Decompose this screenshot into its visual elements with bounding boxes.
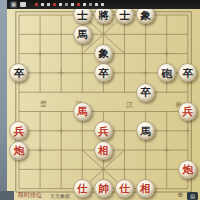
piece-red-兵[interactable]: 兵 [178, 102, 197, 121]
footer-corner-block [0, 191, 14, 200]
toolbar-icon-light-3[interactable] [59, 3, 62, 6]
toolbar-icon-light-6[interactable] [95, 3, 98, 6]
badge-icon[interactable] [20, 2, 26, 7]
toolbar-icon-light-7[interactable] [101, 3, 104, 6]
piece-red-兵[interactable]: 兵 [94, 121, 113, 140]
plus-circle-icon[interactable]: ⊕ [177, 191, 183, 200]
toolbar-icon-light-5[interactable] [83, 3, 86, 6]
toolbar-icon-row [35, 3, 104, 6]
piece-red-相[interactable]: 相 [94, 141, 113, 160]
piece-red-炮[interactable]: 炮 [178, 160, 197, 179]
toolbar-icon-gray-2[interactable] [89, 3, 92, 6]
toolbar-icon-light-4[interactable] [71, 3, 74, 6]
piece-black-卒[interactable]: 卒 [9, 63, 28, 82]
toolbar-icon-gray-1[interactable] [65, 3, 68, 6]
piece-black-卒[interactable]: 卒 [136, 83, 155, 102]
toolbar-icon-red-3[interactable] [77, 3, 80, 6]
board-grid[interactable]: 士將士象馬象卒卒砲卒卒馬兵兵兵馬炮相炮仕帥仕相 [8, 5, 198, 198]
piece-black-馬[interactable]: 馬 [73, 25, 92, 44]
xiangqi-app-screen: 楚 河 汉 界 士將士象馬象卒卒砲卒卒馬兵兵兵馬炮相炮仕帥仕相 ▦ 限时排位 天… [0, 0, 200, 200]
piece-black-馬[interactable]: 馬 [136, 121, 155, 140]
footer-bar: 限时排位 天天象棋 ⊕ ▤ [0, 191, 200, 200]
piece-black-卒[interactable]: 卒 [94, 63, 113, 82]
toolbar-icon-light-2[interactable] [47, 3, 50, 6]
piece-red-馬[interactable]: 馬 [73, 102, 92, 121]
app-name-label: 天天象棋 [50, 193, 70, 199]
top-toolbar: ▦ [7, 0, 200, 9]
piece-black-卒[interactable]: 卒 [178, 63, 197, 82]
toolbar-icon-light-1[interactable] [41, 3, 44, 6]
menu-square-icon[interactable]: ▤ [187, 192, 198, 200]
app-icon[interactable]: ▦ [10, 1, 17, 8]
piece-red-炮[interactable]: 炮 [9, 141, 28, 160]
mode-label: 限时排位 [18, 191, 42, 200]
piece-black-象[interactable]: 象 [94, 44, 113, 63]
toolbar-icon-red-1[interactable] [35, 3, 38, 6]
toolbar-icon-red-2[interactable] [53, 3, 56, 6]
piece-black-砲[interactable]: 砲 [157, 63, 176, 82]
piece-red-兵[interactable]: 兵 [9, 121, 28, 140]
